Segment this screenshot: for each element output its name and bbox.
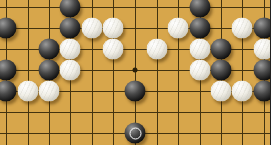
grid-line-horizontal-5	[0, 112, 270, 113]
last-move-marker	[129, 127, 141, 139]
black-stone	[0, 60, 17, 81]
white-stone	[190, 60, 211, 81]
black-stone	[211, 39, 232, 60]
white-stone	[103, 18, 124, 39]
white-stone	[82, 18, 103, 39]
white-stone	[190, 39, 211, 60]
go-board-screenshot	[0, 0, 270, 145]
black-stone	[60, 18, 81, 39]
white-stone	[18, 81, 39, 102]
white-stone	[211, 81, 232, 102]
white-stone	[147, 39, 168, 60]
white-stone	[232, 81, 253, 102]
white-stone	[232, 18, 253, 39]
white-stone	[39, 81, 60, 102]
white-stone	[103, 39, 124, 60]
grid-line-horizontal-1	[0, 28, 270, 29]
black-stone	[211, 60, 232, 81]
black-stone	[254, 60, 271, 81]
black-stone	[39, 39, 60, 60]
black-stone	[39, 60, 60, 81]
white-stone	[60, 39, 81, 60]
white-stone	[168, 18, 189, 39]
black-stone	[190, 0, 211, 18]
grid-line-horizontal-0	[0, 7, 270, 8]
black-stone	[254, 18, 271, 39]
grid-line-vertical-1	[28, 0, 29, 145]
grid-line-vertical-7	[157, 0, 158, 145]
white-stone	[254, 39, 271, 60]
black-stone	[254, 81, 271, 102]
black-stone	[0, 81, 17, 102]
black-stone	[0, 18, 17, 39]
last-move-marked-stone	[125, 123, 146, 144]
go-board[interactable]	[0, 0, 270, 145]
star-point	[133, 68, 138, 73]
black-stone	[125, 81, 146, 102]
black-stone	[190, 18, 211, 39]
black-stone	[60, 0, 81, 18]
white-stone	[60, 60, 81, 81]
